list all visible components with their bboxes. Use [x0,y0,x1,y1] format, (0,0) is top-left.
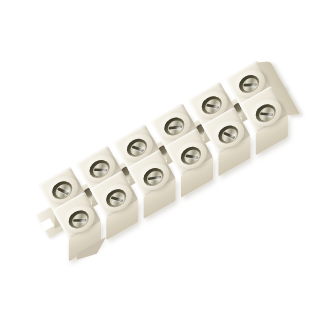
screw-bore [140,164,167,189]
screw-slot [110,196,123,202]
screw-slot [223,132,235,139]
product-photo [0,0,320,320]
screw-slot [57,187,69,194]
terminal-screw [181,147,201,166]
terminal-screw [106,189,126,208]
screw-bore [103,185,130,210]
terminal-screw [144,168,164,187]
screw-slot [205,104,218,109]
screw-slot [243,83,257,86]
terminal-strip [35,58,292,242]
terminal-screw [165,118,185,137]
screw-slot [93,168,107,171]
screw-slot [259,112,273,116]
screw-slot [131,145,144,151]
terminal-screw [219,126,239,145]
terminal-screw [52,181,72,200]
screw-bore [215,122,242,147]
screw-bore [252,100,279,125]
screw-slot [72,219,86,221]
terminal-screw [69,211,89,230]
terminal-screw [239,75,259,94]
terminal-screw [256,104,276,123]
terminal-screw [202,96,222,115]
screw-bore [178,143,205,168]
terminal-screw [90,160,110,179]
screw-slot [147,176,161,180]
screw-slot [185,154,198,158]
screw-slot [168,125,182,129]
screw-bore [65,207,92,232]
terminal-screw [127,139,147,158]
